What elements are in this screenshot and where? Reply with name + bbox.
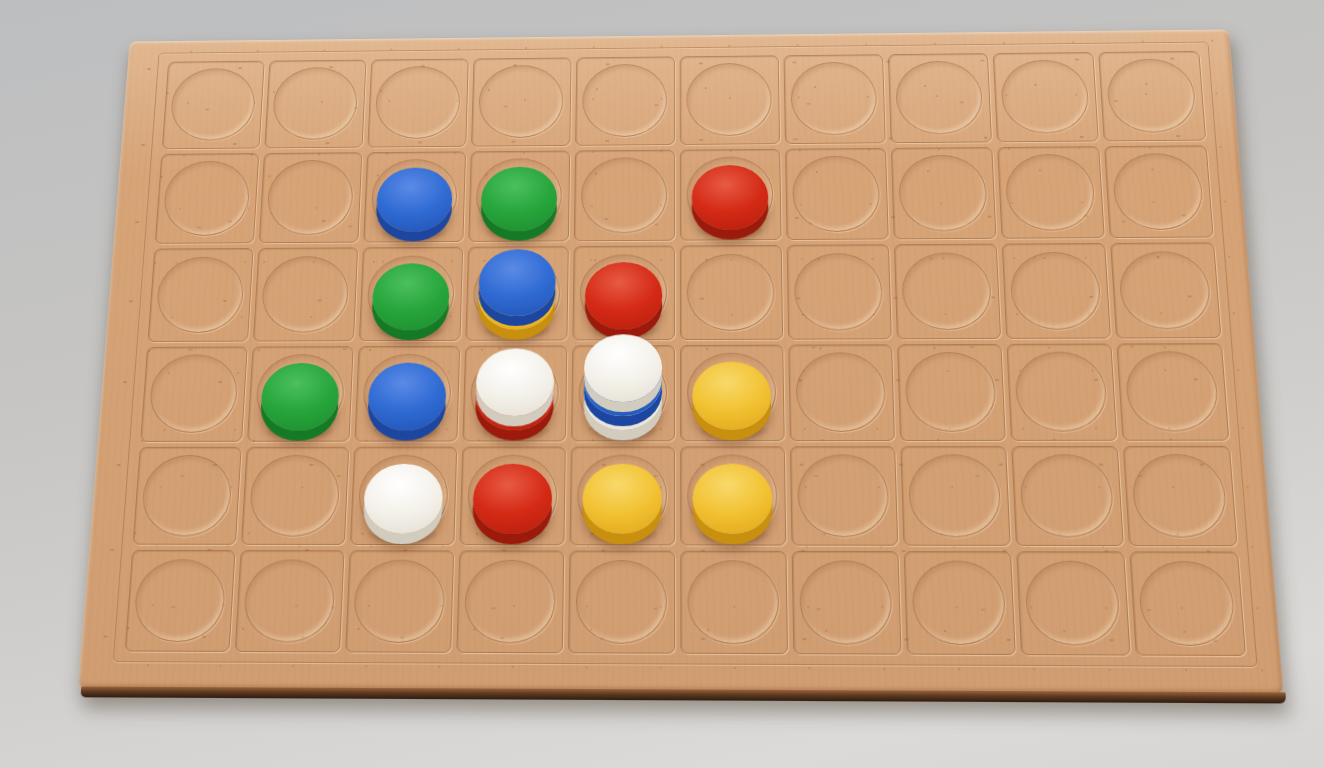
cell-r1c5[interactable] <box>572 54 677 148</box>
cell-r1c4[interactable] <box>468 55 573 149</box>
cell-r3c9[interactable] <box>999 241 1114 341</box>
blue-disc[interactable] <box>367 362 447 430</box>
cell-r3c4[interactable] <box>462 244 570 343</box>
cell-r1c7[interactable] <box>781 51 888 146</box>
cell-r2c5[interactable] <box>571 147 677 244</box>
cell-r3c10[interactable] <box>1107 240 1224 340</box>
cell-r4c3[interactable] <box>351 343 462 444</box>
cell-r5c7[interactable] <box>787 443 901 548</box>
cell-r1c8[interactable] <box>885 50 994 145</box>
cell-r1c10[interactable] <box>1095 48 1208 144</box>
cell-r6c2[interactable] <box>231 548 346 655</box>
cell-r5c1[interactable] <box>129 444 244 547</box>
cell-r6c1[interactable] <box>121 547 237 654</box>
blue-disc[interactable] <box>375 167 453 232</box>
cell-r2c3[interactable] <box>360 149 468 245</box>
table-background <box>0 0 1324 768</box>
cell-r6c9[interactable] <box>1013 549 1133 658</box>
cell-r4c4[interactable] <box>459 342 569 443</box>
cell-r5c6[interactable] <box>677 444 788 549</box>
cell-r4c9[interactable] <box>1003 340 1119 443</box>
board-front-edge <box>80 687 1286 704</box>
cell-r5c8[interactable] <box>897 443 1013 548</box>
cell-r2c6[interactable] <box>677 146 784 243</box>
cell-r4c2[interactable] <box>244 343 356 444</box>
cell-r5c9[interactable] <box>1008 443 1126 549</box>
green-disc[interactable] <box>480 167 557 232</box>
cell-r2c1[interactable] <box>152 151 262 247</box>
cell-r3c5[interactable] <box>569 243 677 342</box>
yellow-disc[interactable] <box>692 464 772 535</box>
cell-r1c6[interactable] <box>677 53 782 148</box>
cell-r3c3[interactable] <box>356 244 465 343</box>
cell-r3c8[interactable] <box>891 241 1003 341</box>
cell-r2c8[interactable] <box>888 145 999 242</box>
red-disc[interactable] <box>585 262 662 329</box>
cell-r3c6[interactable] <box>677 243 785 342</box>
red-disc[interactable] <box>472 464 552 534</box>
green-disc[interactable] <box>260 363 340 431</box>
cell-r1c1[interactable] <box>159 58 267 151</box>
cell-r6c3[interactable] <box>342 548 456 655</box>
cell-r6c10[interactable] <box>1126 549 1248 658</box>
cell-r3c7[interactable] <box>784 242 894 342</box>
cell-r5c3[interactable] <box>347 444 460 548</box>
cell-r6c8[interactable] <box>900 549 1018 658</box>
cell-r6c4[interactable] <box>453 548 566 656</box>
cell-r3c2[interactable] <box>250 245 360 343</box>
white-disc[interactable] <box>584 334 662 402</box>
wooden-board-surface <box>78 29 1283 693</box>
cell-r5c5[interactable] <box>566 444 677 549</box>
cell-r1c2[interactable] <box>261 57 368 151</box>
cell-r6c7[interactable] <box>788 548 903 656</box>
cell-r4c5[interactable] <box>568 342 677 444</box>
cell-r2c2[interactable] <box>256 150 365 246</box>
cell-r2c9[interactable] <box>994 144 1107 242</box>
cell-r2c10[interactable] <box>1101 143 1216 241</box>
cell-r4c7[interactable] <box>785 341 897 443</box>
cell-r1c9[interactable] <box>990 49 1101 144</box>
white-disc[interactable] <box>363 464 444 534</box>
cell-r3c1[interactable] <box>144 246 255 344</box>
cell-r4c6[interactable] <box>677 342 787 444</box>
cell-r5c10[interactable] <box>1120 443 1240 549</box>
cell-r4c10[interactable] <box>1113 340 1231 443</box>
cell-r4c8[interactable] <box>894 341 1008 444</box>
cell-r6c5[interactable] <box>565 548 677 656</box>
cell-r6c6[interactable] <box>677 548 790 656</box>
cell-r5c2[interactable] <box>238 444 352 548</box>
cell-r4c1[interactable] <box>137 344 250 445</box>
cell-r1c3[interactable] <box>364 56 470 150</box>
red-disc[interactable] <box>692 165 769 231</box>
green-disc[interactable] <box>371 264 450 331</box>
yellow-disc[interactable] <box>692 361 771 430</box>
game-board <box>78 29 1283 693</box>
cell-r2c7[interactable] <box>782 145 891 242</box>
board-grid <box>121 48 1248 658</box>
yellow-disc[interactable] <box>582 464 662 535</box>
cell-r2c4[interactable] <box>465 148 572 244</box>
cell-r5c4[interactable] <box>456 444 568 548</box>
